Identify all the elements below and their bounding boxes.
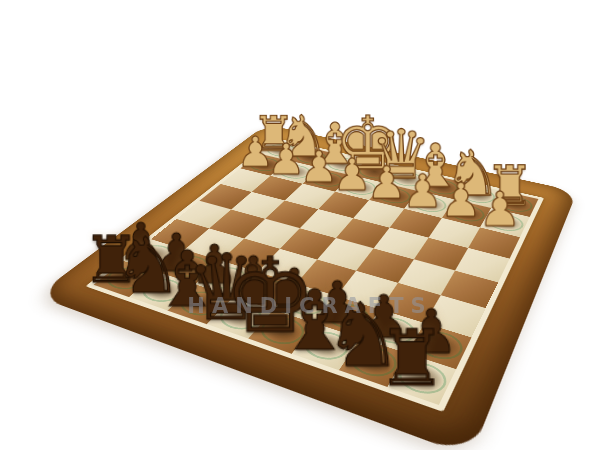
piece-base-shadow bbox=[496, 194, 533, 213]
piece-base-shadow bbox=[347, 344, 399, 379]
chess-board: ♜♞♝♚♛♝♞♜♟♟♟♟♟♟♟♟♟♟♟♟♟♟♟♟♜♞♝♛♚♝♞♜ bbox=[36, 124, 577, 450]
piece-base-shadow bbox=[395, 360, 448, 397]
piece-base-shadow bbox=[415, 329, 465, 362]
piece-base-shadow bbox=[301, 329, 353, 363]
watermark-text: HANDICRAFTS bbox=[150, 294, 470, 318]
product-photo-scene: ♜♞♝♚♛♝♞♜♟♟♟♟♟♟♟♟♟♟♟♟♟♟♟♟♜♞♝♛♚♝♞♜ HANDICR… bbox=[0, 0, 600, 450]
square-c4 bbox=[244, 219, 300, 249]
square-e4 bbox=[317, 238, 374, 271]
